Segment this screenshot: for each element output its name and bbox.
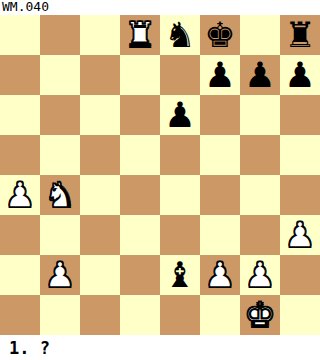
square-b1[interactable]: [40, 295, 80, 335]
square-b4[interactable]: ♞: [40, 175, 80, 215]
square-b6[interactable]: [40, 95, 80, 135]
square-c6[interactable]: [80, 95, 120, 135]
square-h5[interactable]: [280, 135, 320, 175]
square-a2[interactable]: [0, 255, 40, 295]
square-h8[interactable]: ♜: [280, 15, 320, 55]
square-h1[interactable]: [280, 295, 320, 335]
square-e8[interactable]: ♞: [160, 15, 200, 55]
square-e6[interactable]: ♟: [160, 95, 200, 135]
square-h3[interactable]: ♟: [280, 215, 320, 255]
square-g6[interactable]: [240, 95, 280, 135]
square-f5[interactable]: [200, 135, 240, 175]
square-f4[interactable]: [200, 175, 240, 215]
square-d2[interactable]: [120, 255, 160, 295]
square-f6[interactable]: [200, 95, 240, 135]
square-c8[interactable]: [80, 15, 120, 55]
white-pawn[interactable]: ♟: [40, 255, 80, 295]
square-a6[interactable]: [0, 95, 40, 135]
square-f1[interactable]: [200, 295, 240, 335]
square-g4[interactable]: [240, 175, 280, 215]
square-f7[interactable]: ♟: [200, 55, 240, 95]
white-pawn[interactable]: ♟: [280, 215, 320, 255]
black-king[interactable]: ♚: [200, 15, 240, 55]
square-c7[interactable]: [80, 55, 120, 95]
square-a1[interactable]: [0, 295, 40, 335]
square-c5[interactable]: [80, 135, 120, 175]
white-pawn[interactable]: ♟: [0, 175, 40, 215]
black-pawn[interactable]: ♟: [240, 55, 280, 95]
move-prompt: 1. ?: [0, 335, 320, 360]
square-e3[interactable]: [160, 215, 200, 255]
black-pawn[interactable]: ♟: [280, 55, 320, 95]
square-d7[interactable]: [120, 55, 160, 95]
square-d6[interactable]: [120, 95, 160, 135]
square-a5[interactable]: [0, 135, 40, 175]
square-a4[interactable]: ♟: [0, 175, 40, 215]
square-g7[interactable]: ♟: [240, 55, 280, 95]
black-bishop[interactable]: ♝: [160, 255, 200, 295]
square-e2[interactable]: ♝: [160, 255, 200, 295]
white-pawn[interactable]: ♟: [240, 255, 280, 295]
square-a3[interactable]: [0, 215, 40, 255]
square-h2[interactable]: [280, 255, 320, 295]
square-c2[interactable]: [80, 255, 120, 295]
square-e5[interactable]: [160, 135, 200, 175]
white-rook[interactable]: ♜: [120, 15, 160, 55]
square-e4[interactable]: [160, 175, 200, 215]
square-h7[interactable]: ♟: [280, 55, 320, 95]
black-pawn[interactable]: ♟: [160, 95, 200, 135]
square-f2[interactable]: ♟: [200, 255, 240, 295]
square-d8[interactable]: ♜: [120, 15, 160, 55]
black-rook[interactable]: ♜: [280, 15, 320, 55]
square-g8[interactable]: [240, 15, 280, 55]
white-pawn[interactable]: ♟: [200, 255, 240, 295]
square-d1[interactable]: [120, 295, 160, 335]
square-h4[interactable]: [280, 175, 320, 215]
square-a7[interactable]: [0, 55, 40, 95]
black-knight[interactable]: ♞: [160, 15, 200, 55]
square-e7[interactable]: [160, 55, 200, 95]
white-king[interactable]: ♚: [240, 295, 280, 335]
square-c1[interactable]: [80, 295, 120, 335]
square-b8[interactable]: [40, 15, 80, 55]
square-e1[interactable]: [160, 295, 200, 335]
square-g3[interactable]: [240, 215, 280, 255]
square-b7[interactable]: [40, 55, 80, 95]
square-f3[interactable]: [200, 215, 240, 255]
square-f8[interactable]: ♚: [200, 15, 240, 55]
square-b2[interactable]: ♟: [40, 255, 80, 295]
square-a8[interactable]: [0, 15, 40, 55]
chess-board: ♜♞♚♜♟♟♟♟♟♞♟♟♝♟♟♚: [0, 15, 320, 335]
puzzle-title: WM.040: [0, 0, 320, 15]
square-b5[interactable]: [40, 135, 80, 175]
square-b3[interactable]: [40, 215, 80, 255]
square-g5[interactable]: [240, 135, 280, 175]
white-knight[interactable]: ♞: [40, 175, 80, 215]
square-g1[interactable]: ♚: [240, 295, 280, 335]
square-c4[interactable]: [80, 175, 120, 215]
square-c3[interactable]: [80, 215, 120, 255]
square-d5[interactable]: [120, 135, 160, 175]
square-d4[interactable]: [120, 175, 160, 215]
square-d3[interactable]: [120, 215, 160, 255]
square-h6[interactable]: [280, 95, 320, 135]
square-g2[interactable]: ♟: [240, 255, 280, 295]
black-pawn[interactable]: ♟: [200, 55, 240, 95]
